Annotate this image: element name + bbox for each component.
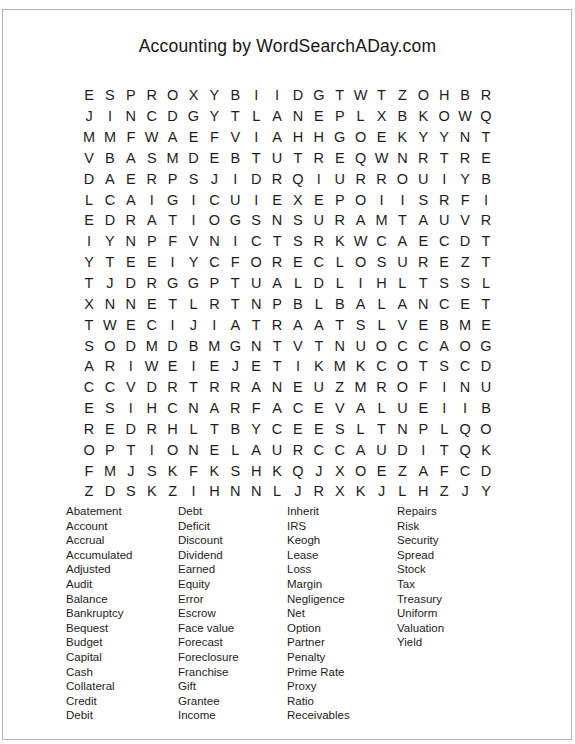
grid-cell[interactable]: L: [329, 252, 350, 273]
grid-cell[interactable]: E: [413, 398, 434, 419]
grid-cell[interactable]: Y: [434, 127, 455, 148]
grid-cell[interactable]: C: [371, 231, 392, 252]
grid-cell[interactable]: S: [99, 85, 120, 106]
grid-cell[interactable]: R: [413, 148, 434, 169]
grid-cell[interactable]: Q: [476, 106, 497, 127]
grid-cell[interactable]: Q: [288, 460, 309, 481]
grid-cell[interactable]: I: [455, 398, 476, 419]
grid-cell[interactable]: R: [141, 168, 162, 189]
grid-cell[interactable]: R: [350, 168, 371, 189]
grid-cell[interactable]: E: [455, 293, 476, 314]
grid-cell[interactable]: D: [246, 168, 267, 189]
grid-cell[interactable]: V: [79, 148, 100, 169]
grid-cell[interactable]: V: [329, 398, 350, 419]
grid-cell[interactable]: P: [141, 231, 162, 252]
grid-cell[interactable]: R: [204, 293, 225, 314]
grid-cell[interactable]: K: [204, 460, 225, 481]
grid-cell[interactable]: I: [246, 189, 267, 210]
grid-cell[interactable]: V: [120, 377, 141, 398]
grid-cell[interactable]: A: [99, 168, 120, 189]
grid-cell[interactable]: L: [392, 273, 413, 294]
grid-cell[interactable]: S: [350, 314, 371, 335]
grid-cell[interactable]: A: [413, 460, 434, 481]
grid-cell[interactable]: C: [162, 398, 183, 419]
grid-cell[interactable]: N: [246, 481, 267, 502]
grid-cell[interactable]: D: [392, 439, 413, 460]
grid-cell[interactable]: G: [476, 335, 497, 356]
grid-cell[interactable]: Z: [162, 481, 183, 502]
grid-cell[interactable]: H: [246, 460, 267, 481]
grid-cell[interactable]: M: [99, 460, 120, 481]
grid-cell[interactable]: P: [120, 85, 141, 106]
grid-cell[interactable]: W: [350, 231, 371, 252]
grid-cell[interactable]: I: [204, 314, 225, 335]
grid-cell[interactable]: I: [225, 231, 246, 252]
grid-cell[interactable]: Y: [204, 106, 225, 127]
grid-cell[interactable]: W: [99, 314, 120, 335]
grid-cell[interactable]: D: [476, 460, 497, 481]
grid-cell[interactable]: F: [225, 252, 246, 273]
grid-cell[interactable]: I: [79, 231, 100, 252]
grid-cell[interactable]: O: [204, 210, 225, 231]
grid-cell[interactable]: U: [371, 439, 392, 460]
grid-cell[interactable]: E: [120, 168, 141, 189]
grid-cell[interactable]: H: [413, 481, 434, 502]
grid-cell[interactable]: Y: [99, 231, 120, 252]
grid-cell[interactable]: S: [413, 189, 434, 210]
grid-cell[interactable]: B: [183, 335, 204, 356]
grid-cell[interactable]: T: [371, 85, 392, 106]
grid-cell[interactable]: V: [392, 314, 413, 335]
grid-cell[interactable]: N: [267, 377, 288, 398]
grid-cell[interactable]: H: [288, 127, 309, 148]
grid-cell[interactable]: J: [308, 460, 329, 481]
grid-cell[interactable]: E: [413, 231, 434, 252]
grid-cell[interactable]: T: [413, 356, 434, 377]
grid-cell[interactable]: I: [120, 356, 141, 377]
grid-cell[interactable]: T: [246, 148, 267, 169]
grid-cell[interactable]: N: [267, 210, 288, 231]
grid-cell[interactable]: C: [434, 293, 455, 314]
grid-cell[interactable]: I: [141, 189, 162, 210]
grid-cell[interactable]: L: [79, 189, 100, 210]
grid-cell[interactable]: B: [288, 293, 309, 314]
grid-cell[interactable]: U: [267, 148, 288, 169]
grid-cell[interactable]: E: [308, 189, 329, 210]
grid-cell[interactable]: Q: [288, 168, 309, 189]
grid-cell[interactable]: I: [476, 189, 497, 210]
grid-cell[interactable]: O: [246, 252, 267, 273]
grid-cell[interactable]: C: [141, 314, 162, 335]
grid-cell[interactable]: T: [329, 314, 350, 335]
grid-cell[interactable]: E: [308, 106, 329, 127]
grid-cell[interactable]: C: [204, 252, 225, 273]
grid-cell[interactable]: F: [413, 377, 434, 398]
grid-cell[interactable]: T: [434, 148, 455, 169]
grid-cell[interactable]: R: [476, 210, 497, 231]
grid-cell[interactable]: U: [434, 210, 455, 231]
grid-cell[interactable]: T: [79, 314, 100, 335]
grid-cell[interactable]: I: [434, 168, 455, 189]
grid-cell[interactable]: V: [455, 210, 476, 231]
grid-cell[interactable]: K: [350, 481, 371, 502]
grid-cell[interactable]: O: [99, 335, 120, 356]
grid-cell[interactable]: L: [329, 273, 350, 294]
grid-cell[interactable]: C: [79, 377, 100, 398]
grid-cell[interactable]: B: [476, 168, 497, 189]
grid-cell[interactable]: C: [99, 189, 120, 210]
grid-cell[interactable]: Z: [434, 481, 455, 502]
grid-cell[interactable]: M: [329, 356, 350, 377]
grid-cell[interactable]: T: [99, 252, 120, 273]
grid-cell[interactable]: R: [308, 148, 329, 169]
grid-cell[interactable]: E: [120, 314, 141, 335]
grid-cell[interactable]: O: [476, 419, 497, 440]
grid-cell[interactable]: J: [204, 168, 225, 189]
grid-cell[interactable]: I: [246, 85, 267, 106]
grid-cell[interactable]: B: [329, 293, 350, 314]
grid-cell[interactable]: A: [267, 106, 288, 127]
grid-cell[interactable]: W: [371, 148, 392, 169]
grid-cell[interactable]: U: [350, 335, 371, 356]
grid-cell[interactable]: G: [162, 189, 183, 210]
grid-cell[interactable]: R: [329, 210, 350, 231]
grid-cell[interactable]: P: [99, 439, 120, 460]
grid-cell[interactable]: H: [371, 273, 392, 294]
grid-cell[interactable]: I: [183, 210, 204, 231]
grid-cell[interactable]: S: [288, 210, 309, 231]
grid-cell[interactable]: S: [371, 252, 392, 273]
grid-cell[interactable]: C: [204, 189, 225, 210]
grid-cell[interactable]: M: [455, 314, 476, 335]
grid-cell[interactable]: N: [246, 335, 267, 356]
grid-cell[interactable]: N: [246, 293, 267, 314]
grid-cell[interactable]: O: [392, 377, 413, 398]
grid-cell[interactable]: B: [225, 148, 246, 169]
grid-cell[interactable]: R: [225, 377, 246, 398]
grid-cell[interactable]: K: [392, 127, 413, 148]
grid-cell[interactable]: E: [162, 356, 183, 377]
grid-cell[interactable]: A: [120, 148, 141, 169]
grid-cell[interactable]: D: [476, 356, 497, 377]
grid-cell[interactable]: T: [267, 356, 288, 377]
grid-cell[interactable]: I: [413, 439, 434, 460]
grid-cell[interactable]: M: [141, 335, 162, 356]
grid-cell[interactable]: R: [79, 419, 100, 440]
grid-cell[interactable]: E: [288, 252, 309, 273]
grid-cell[interactable]: R: [267, 314, 288, 335]
grid-cell[interactable]: R: [371, 377, 392, 398]
grid-cell[interactable]: B: [455, 85, 476, 106]
grid-cell[interactable]: B: [225, 419, 246, 440]
grid-cell[interactable]: U: [392, 398, 413, 419]
grid-cell[interactable]: Y: [79, 252, 100, 273]
grid-cell[interactable]: E: [288, 419, 309, 440]
grid-cell[interactable]: T: [476, 293, 497, 314]
grid-cell[interactable]: S: [329, 419, 350, 440]
grid-cell[interactable]: H: [434, 85, 455, 106]
grid-cell[interactable]: T: [225, 293, 246, 314]
grid-cell[interactable]: J: [371, 481, 392, 502]
grid-cell[interactable]: J: [455, 481, 476, 502]
grid-cell[interactable]: U: [225, 189, 246, 210]
grid-cell[interactable]: P: [413, 419, 434, 440]
grid-cell[interactable]: V: [225, 127, 246, 148]
grid-cell[interactable]: Z: [79, 481, 100, 502]
grid-cell[interactable]: D: [288, 85, 309, 106]
grid-cell[interactable]: E: [413, 314, 434, 335]
grid-cell[interactable]: D: [99, 481, 120, 502]
grid-cell[interactable]: I: [99, 106, 120, 127]
grid-cell[interactable]: E: [267, 189, 288, 210]
grid-cell[interactable]: R: [225, 398, 246, 419]
grid-cell[interactable]: K: [308, 356, 329, 377]
grid-cell[interactable]: B: [99, 148, 120, 169]
grid-cell[interactable]: I: [434, 377, 455, 398]
grid-cell[interactable]: O: [455, 335, 476, 356]
grid-cell[interactable]: Q: [455, 419, 476, 440]
grid-cell[interactable]: A: [288, 314, 309, 335]
grid-cell[interactable]: J: [225, 356, 246, 377]
grid-cell[interactable]: O: [162, 85, 183, 106]
grid-cell[interactable]: L: [183, 419, 204, 440]
grid-cell[interactable]: P: [267, 293, 288, 314]
grid-cell[interactable]: O: [413, 85, 434, 106]
grid-cell[interactable]: D: [120, 273, 141, 294]
grid-cell[interactable]: I: [183, 481, 204, 502]
grid-cell[interactable]: G: [308, 85, 329, 106]
grid-cell[interactable]: E: [141, 252, 162, 273]
grid-cell[interactable]: F: [434, 460, 455, 481]
grid-cell[interactable]: G: [329, 127, 350, 148]
grid-cell[interactable]: I: [246, 127, 267, 148]
grid-cell[interactable]: L: [392, 481, 413, 502]
grid-cell[interactable]: O: [162, 439, 183, 460]
grid-cell[interactable]: G: [183, 106, 204, 127]
grid-cell[interactable]: T: [413, 273, 434, 294]
grid-cell[interactable]: K: [350, 356, 371, 377]
grid-cell[interactable]: L: [350, 419, 371, 440]
grid-cell[interactable]: A: [392, 293, 413, 314]
grid-cell[interactable]: C: [329, 439, 350, 460]
grid-cell[interactable]: D: [162, 335, 183, 356]
grid-cell[interactable]: K: [476, 439, 497, 460]
grid-cell[interactable]: I: [371, 189, 392, 210]
grid-cell[interactable]: F: [204, 127, 225, 148]
grid-cell[interactable]: E: [476, 148, 497, 169]
grid-cell[interactable]: U: [308, 210, 329, 231]
grid-cell[interactable]: H: [308, 127, 329, 148]
grid-cell[interactable]: C: [434, 231, 455, 252]
grid-cell[interactable]: F: [183, 460, 204, 481]
grid-cell[interactable]: Y: [455, 168, 476, 189]
grid-cell[interactable]: T: [476, 127, 497, 148]
grid-cell[interactable]: Y: [246, 419, 267, 440]
grid-cell[interactable]: I: [308, 168, 329, 189]
grid-cell[interactable]: T: [162, 210, 183, 231]
grid-cell[interactable]: I: [162, 314, 183, 335]
grid-cell[interactable]: W: [350, 85, 371, 106]
grid-cell[interactable]: I: [267, 85, 288, 106]
grid-cell[interactable]: N: [99, 293, 120, 314]
grid-cell[interactable]: L: [371, 293, 392, 314]
grid-cell[interactable]: H: [141, 398, 162, 419]
grid-cell[interactable]: G: [162, 273, 183, 294]
grid-cell[interactable]: F: [246, 398, 267, 419]
grid-cell[interactable]: L: [371, 314, 392, 335]
grid-cell[interactable]: A: [246, 439, 267, 460]
grid-cell[interactable]: R: [267, 168, 288, 189]
grid-cell[interactable]: C: [392, 335, 413, 356]
grid-cell[interactable]: S: [225, 460, 246, 481]
grid-cell[interactable]: U: [329, 168, 350, 189]
grid-cell[interactable]: N: [120, 231, 141, 252]
grid-cell[interactable]: L: [308, 293, 329, 314]
grid-cell[interactable]: A: [308, 314, 329, 335]
grid-cell[interactable]: W: [141, 356, 162, 377]
grid-cell[interactable]: S: [79, 335, 100, 356]
grid-cell[interactable]: D: [162, 106, 183, 127]
grid-cell[interactable]: N: [120, 293, 141, 314]
grid-cell[interactable]: C: [288, 398, 309, 419]
grid-cell[interactable]: W: [141, 127, 162, 148]
grid-cell[interactable]: R: [308, 481, 329, 502]
grid-cell[interactable]: E: [246, 356, 267, 377]
grid-cell[interactable]: D: [99, 210, 120, 231]
grid-cell[interactable]: E: [308, 419, 329, 440]
grid-cell[interactable]: A: [350, 293, 371, 314]
grid-cell[interactable]: O: [392, 168, 413, 189]
grid-cell[interactable]: O: [350, 252, 371, 273]
grid-cell[interactable]: O: [371, 335, 392, 356]
grid-cell[interactable]: L: [225, 439, 246, 460]
grid-cell[interactable]: D: [183, 148, 204, 169]
grid-cell[interactable]: R: [434, 189, 455, 210]
grid-cell[interactable]: R: [267, 252, 288, 273]
grid-cell[interactable]: R: [141, 419, 162, 440]
grid-cell[interactable]: E: [476, 314, 497, 335]
grid-cell[interactable]: N: [225, 481, 246, 502]
grid-cell[interactable]: Q: [455, 439, 476, 460]
grid-cell[interactable]: A: [434, 335, 455, 356]
grid-cell[interactable]: N: [183, 439, 204, 460]
grid-cell[interactable]: S: [141, 148, 162, 169]
grid-cell[interactable]: X: [288, 189, 309, 210]
grid-cell[interactable]: X: [79, 293, 100, 314]
grid-cell[interactable]: E: [79, 85, 100, 106]
grid-cell[interactable]: I: [183, 189, 204, 210]
grid-cell[interactable]: Z: [392, 460, 413, 481]
grid-cell[interactable]: O: [350, 189, 371, 210]
grid-cell[interactable]: I: [392, 189, 413, 210]
grid-cell[interactable]: A: [267, 127, 288, 148]
grid-cell[interactable]: C: [413, 335, 434, 356]
grid-cell[interactable]: T: [371, 419, 392, 440]
grid-cell[interactable]: L: [267, 481, 288, 502]
grid-cell[interactable]: X: [329, 481, 350, 502]
grid-cell[interactable]: I: [162, 252, 183, 273]
grid-cell[interactable]: I: [434, 398, 455, 419]
grid-cell[interactable]: O: [350, 127, 371, 148]
grid-cell[interactable]: Z: [392, 85, 413, 106]
grid-cell[interactable]: C: [455, 460, 476, 481]
grid-cell[interactable]: M: [350, 377, 371, 398]
grid-cell[interactable]: X: [329, 460, 350, 481]
grid-cell[interactable]: N: [392, 148, 413, 169]
grid-cell[interactable]: R: [476, 85, 497, 106]
grid-cell[interactable]: N: [120, 106, 141, 127]
grid-cell[interactable]: G: [225, 210, 246, 231]
grid-cell[interactable]: T: [308, 335, 329, 356]
grid-cell[interactable]: T: [476, 231, 497, 252]
grid-cell[interactable]: U: [308, 377, 329, 398]
grid-cell[interactable]: F: [120, 127, 141, 148]
grid-cell[interactable]: U: [476, 377, 497, 398]
grid-cell[interactable]: J: [183, 314, 204, 335]
grid-cell[interactable]: O: [392, 356, 413, 377]
grid-cell[interactable]: C: [308, 252, 329, 273]
grid-cell[interactable]: D: [141, 377, 162, 398]
grid-cell[interactable]: J: [99, 273, 120, 294]
grid-cell[interactable]: A: [204, 398, 225, 419]
grid-cell[interactable]: U: [392, 252, 413, 273]
grid-cell[interactable]: I: [288, 356, 309, 377]
grid-cell[interactable]: R: [308, 231, 329, 252]
grid-cell[interactable]: T: [267, 231, 288, 252]
grid-cell[interactable]: N: [392, 419, 413, 440]
grid-cell[interactable]: G: [225, 335, 246, 356]
grid-cell[interactable]: T: [434, 439, 455, 460]
grid-cell[interactable]: T: [476, 252, 497, 273]
grid-cell[interactable]: C: [371, 356, 392, 377]
grid-cell[interactable]: A: [267, 273, 288, 294]
grid-cell[interactable]: I: [141, 439, 162, 460]
grid-cell[interactable]: S: [120, 481, 141, 502]
grid-cell[interactable]: R: [204, 377, 225, 398]
grid-cell[interactable]: L: [476, 273, 497, 294]
grid-cell[interactable]: M: [204, 335, 225, 356]
grid-cell[interactable]: S: [288, 231, 309, 252]
grid-cell[interactable]: I: [120, 398, 141, 419]
grid-cell[interactable]: L: [350, 106, 371, 127]
grid-cell[interactable]: Y: [204, 85, 225, 106]
grid-cell[interactable]: I: [350, 273, 371, 294]
grid-cell[interactable]: K: [329, 231, 350, 252]
grid-cell[interactable]: H: [162, 419, 183, 440]
grid-cell[interactable]: U: [246, 273, 267, 294]
grid-cell[interactable]: R: [141, 85, 162, 106]
grid-cell[interactable]: E: [183, 127, 204, 148]
grid-cell[interactable]: G: [183, 273, 204, 294]
grid-cell[interactable]: R: [162, 377, 183, 398]
grid-cell[interactable]: J: [288, 481, 309, 502]
grid-cell[interactable]: T: [120, 439, 141, 460]
grid-cell[interactable]: Q: [350, 148, 371, 169]
grid-cell[interactable]: J: [120, 460, 141, 481]
grid-cell[interactable]: E: [204, 356, 225, 377]
grid-cell[interactable]: S: [455, 273, 476, 294]
grid-cell[interactable]: E: [120, 252, 141, 273]
grid-cell[interactable]: J: [79, 106, 100, 127]
grid-cell[interactable]: D: [455, 231, 476, 252]
grid-cell[interactable]: A: [246, 377, 267, 398]
grid-cell[interactable]: K: [267, 460, 288, 481]
grid-cell[interactable]: V: [183, 231, 204, 252]
grid-cell[interactable]: R: [413, 252, 434, 273]
grid-cell[interactable]: N: [204, 231, 225, 252]
grid-cell[interactable]: P: [162, 168, 183, 189]
grid-cell[interactable]: B: [434, 314, 455, 335]
